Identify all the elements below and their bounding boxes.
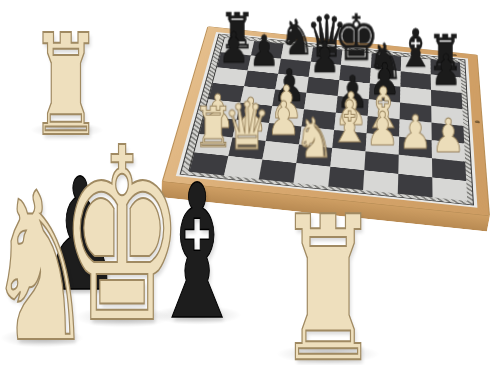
black-pawn-h7: ♟	[431, 48, 462, 91]
white-pawn-f3: ♟	[366, 106, 399, 153]
bishop-glyph: ♝	[149, 161, 245, 346]
frame-screw	[475, 120, 480, 123]
square-e3: ♝	[332, 130, 366, 151]
rook-glyph: ♜	[276, 190, 380, 365]
white-pawn-h3: ♟	[432, 113, 465, 160]
black-pawn-a7: ♟	[219, 26, 250, 69]
white-rook-off-board-bottom-right: ♜	[328, 190, 500, 365]
white-pawn-g3: ♟	[399, 109, 432, 156]
chess-set-photo: ♜♞♛♚♝♜♟♟♟♞♟♟♟♟♟♟♝♟♟♟♝♟♟♟♜♛♞ ♜ ♟ ♞ ♚ ♝ ♜	[0, 0, 500, 365]
